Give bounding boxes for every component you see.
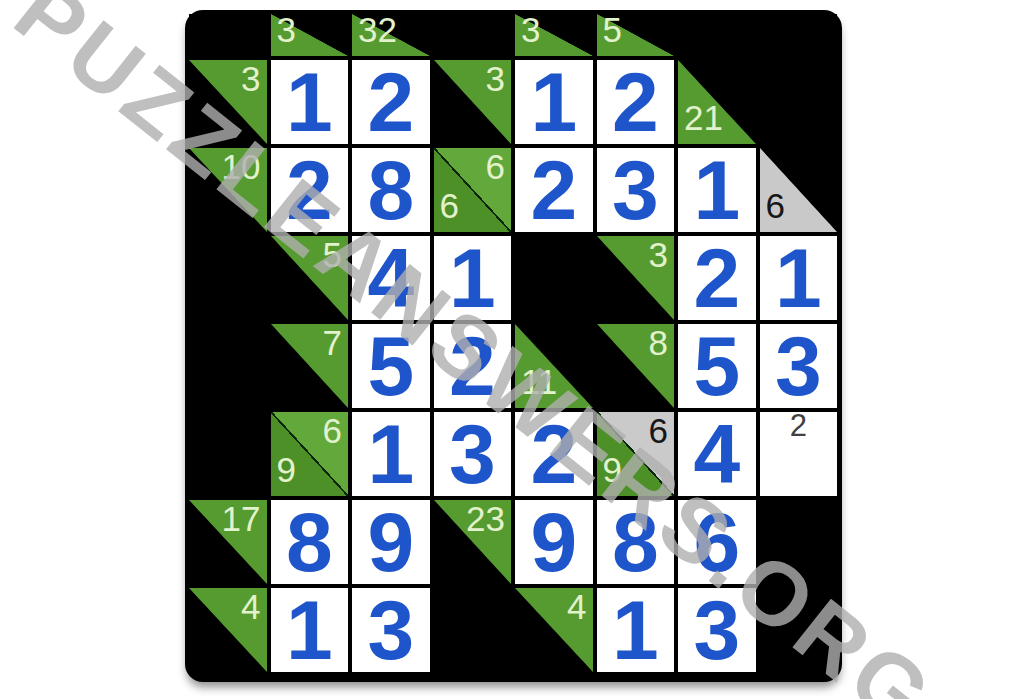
across-clue-number: 23 bbox=[466, 501, 505, 536]
clue-cell-r2c4: 3 bbox=[434, 60, 512, 144]
block-cell-r1c4 bbox=[434, 14, 512, 56]
down-clue-number: 6 bbox=[440, 188, 459, 223]
answer-cell-r4c8[interactable]: 1 bbox=[760, 236, 838, 320]
answer-digit: 2 bbox=[367, 60, 414, 144]
answer-cell-r5c4[interactable]: 2 bbox=[434, 324, 512, 408]
answer-cell-r7c6[interactable]: 8 bbox=[597, 500, 675, 584]
answer-digit: 3 bbox=[612, 148, 659, 232]
answer-cell-r8c7[interactable]: 3 bbox=[678, 588, 756, 672]
answer-cell-r6c3[interactable]: 1 bbox=[352, 412, 430, 496]
block-cell-r5c1 bbox=[189, 324, 267, 408]
empty-cell-r6c8[interactable]: 2 bbox=[760, 412, 838, 496]
answer-digit: 6 bbox=[693, 500, 740, 584]
answer-cell-r8c2[interactable]: 1 bbox=[271, 588, 349, 672]
block-cell-r4c1 bbox=[189, 236, 267, 320]
answer-cell-r2c2[interactable]: 1 bbox=[271, 60, 349, 144]
block-cell-r7c8 bbox=[760, 500, 838, 584]
down-clue-number: 9 bbox=[603, 452, 622, 487]
clue-cell-r7c1: 17 bbox=[189, 500, 267, 584]
across-clue-number: 4 bbox=[567, 589, 586, 624]
answer-cell-r3c6[interactable]: 3 bbox=[597, 148, 675, 232]
across-clue-number: 6 bbox=[323, 413, 342, 448]
block-cell-r4c5 bbox=[515, 236, 593, 320]
block-cell-r1c7 bbox=[678, 14, 756, 56]
clue-cell-r2c7: 21 bbox=[678, 60, 756, 144]
clue-cell-r5c5: 11 bbox=[515, 324, 593, 408]
clue-cell-r1c5: 3 bbox=[515, 14, 593, 56]
clue-cell-r4c2: 5 bbox=[271, 236, 349, 320]
answer-digit: 3 bbox=[449, 412, 496, 496]
block-cell-r8c4 bbox=[434, 588, 512, 672]
answer-cell-r8c3[interactable]: 3 bbox=[352, 588, 430, 672]
answer-digit: 2 bbox=[530, 412, 577, 496]
answer-digit: 1 bbox=[449, 236, 496, 320]
answer-digit: 2 bbox=[286, 148, 333, 232]
answer-digit: 2 bbox=[449, 324, 496, 408]
down-clue-number: 11 bbox=[521, 364, 557, 399]
clue-cell-r1c2: 3 bbox=[271, 14, 349, 56]
clue-cell-r8c1: 4 bbox=[189, 588, 267, 672]
answer-cell-r5c3[interactable]: 5 bbox=[352, 324, 430, 408]
answer-cell-r2c6[interactable]: 2 bbox=[597, 60, 675, 144]
across-clue-number: 8 bbox=[649, 325, 668, 360]
answer-digit: 9 bbox=[530, 500, 577, 584]
clue-cell-r1c3: 32 bbox=[352, 14, 430, 56]
clue-cell-r7c4: 23 bbox=[434, 500, 512, 584]
across-clue-number: 4 bbox=[241, 589, 260, 624]
answer-cell-r3c2[interactable]: 2 bbox=[271, 148, 349, 232]
answer-digit: 1 bbox=[286, 60, 333, 144]
block-cell-r2c8 bbox=[760, 60, 838, 144]
clue-cell-r5c6: 8 bbox=[597, 324, 675, 408]
answer-cell-r4c4[interactable]: 1 bbox=[434, 236, 512, 320]
clue-cell-r3c4: 66 bbox=[434, 148, 512, 232]
answer-cell-r2c5[interactable]: 1 bbox=[515, 60, 593, 144]
answer-cell-r2c3[interactable]: 2 bbox=[352, 60, 430, 144]
clue-cell-r4c6: 3 bbox=[597, 236, 675, 320]
answer-cell-r4c3[interactable]: 4 bbox=[352, 236, 430, 320]
block-cell-r1c8 bbox=[760, 14, 838, 56]
across-clue-number: 10 bbox=[222, 149, 261, 184]
down-clue-number: 9 bbox=[277, 452, 296, 487]
pencil-mark: 2 bbox=[790, 409, 807, 443]
answer-cell-r7c7[interactable]: 6 bbox=[678, 500, 756, 584]
answer-cell-r6c5[interactable]: 2 bbox=[515, 412, 593, 496]
answer-digit: 5 bbox=[367, 324, 414, 408]
clue-cell-r2c1: 3 bbox=[189, 60, 267, 144]
answer-cell-r7c2[interactable]: 8 bbox=[271, 500, 349, 584]
answer-cell-r5c7[interactable]: 5 bbox=[678, 324, 756, 408]
clue-cell-r5c2: 7 bbox=[271, 324, 349, 408]
across-clue-number: 17 bbox=[222, 501, 261, 536]
answer-cell-r6c7[interactable]: 4 bbox=[678, 412, 756, 496]
down-clue-number: 3 bbox=[521, 12, 540, 47]
clue-cell-r3c8: 6 bbox=[760, 148, 838, 232]
answer-digit: 4 bbox=[693, 412, 740, 496]
across-clue-number: 5 bbox=[323, 237, 342, 272]
across-clue-number: 3 bbox=[486, 61, 505, 96]
answer-digit: 2 bbox=[530, 148, 577, 232]
kakuro-board: 3323531231221102866231654132175211853691… bbox=[185, 10, 842, 682]
clue-cell-r8c5: 4 bbox=[515, 588, 593, 672]
answer-digit: 3 bbox=[775, 324, 822, 408]
answer-cell-r3c3[interactable]: 8 bbox=[352, 148, 430, 232]
answer-digit: 2 bbox=[693, 236, 740, 320]
answer-digit: 8 bbox=[286, 500, 333, 584]
answer-digit: 1 bbox=[775, 236, 822, 320]
clue-cell-r6c2: 69 bbox=[271, 412, 349, 496]
answer-digit: 8 bbox=[367, 148, 414, 232]
answer-cell-r4c7[interactable]: 2 bbox=[678, 236, 756, 320]
across-clue-number: 7 bbox=[323, 325, 342, 360]
answer-digit: 1 bbox=[612, 588, 659, 672]
answer-digit: 1 bbox=[367, 412, 414, 496]
block-cell-r1c1 bbox=[189, 14, 267, 56]
clue-cell-r6c6: 69 bbox=[597, 412, 675, 496]
answer-cell-r7c5[interactable]: 9 bbox=[515, 500, 593, 584]
answer-cell-r6c4[interactable]: 3 bbox=[434, 412, 512, 496]
answer-cell-r3c7[interactable]: 1 bbox=[678, 148, 756, 232]
block-cell-r8c8 bbox=[760, 588, 838, 672]
answer-cell-r7c3[interactable]: 9 bbox=[352, 500, 430, 584]
answer-cell-r3c5[interactable]: 2 bbox=[515, 148, 593, 232]
down-clue-number: 3 bbox=[277, 12, 296, 47]
answer-digit: 4 bbox=[367, 236, 414, 320]
block-cell-r6c1 bbox=[189, 412, 267, 496]
answer-digit: 3 bbox=[367, 588, 414, 672]
clue-cell-r1c6: 5 bbox=[597, 14, 675, 56]
answer-digit: 2 bbox=[612, 60, 659, 144]
across-clue-number: 6 bbox=[649, 413, 668, 448]
down-clue-number: 32 bbox=[358, 12, 397, 47]
answer-cell-r8c6[interactable]: 1 bbox=[597, 588, 675, 672]
answer-cell-r5c8[interactable]: 3 bbox=[760, 324, 838, 408]
answer-digit: 8 bbox=[612, 500, 659, 584]
clue-cell-r3c1: 10 bbox=[189, 148, 267, 232]
answer-digit: 3 bbox=[693, 588, 740, 672]
answer-digit: 9 bbox=[367, 500, 414, 584]
down-clue-number: 6 bbox=[766, 188, 785, 223]
answer-digit: 1 bbox=[693, 148, 740, 232]
answer-digit: 1 bbox=[530, 60, 577, 144]
across-clue-number: 3 bbox=[649, 237, 668, 272]
answer-digit: 1 bbox=[286, 588, 333, 672]
across-clue-number: 3 bbox=[241, 61, 260, 96]
down-clue-number: 21 bbox=[684, 100, 723, 135]
answer-digit: 5 bbox=[693, 324, 740, 408]
down-clue-number: 5 bbox=[603, 12, 622, 47]
across-clue-number: 6 bbox=[486, 149, 505, 184]
